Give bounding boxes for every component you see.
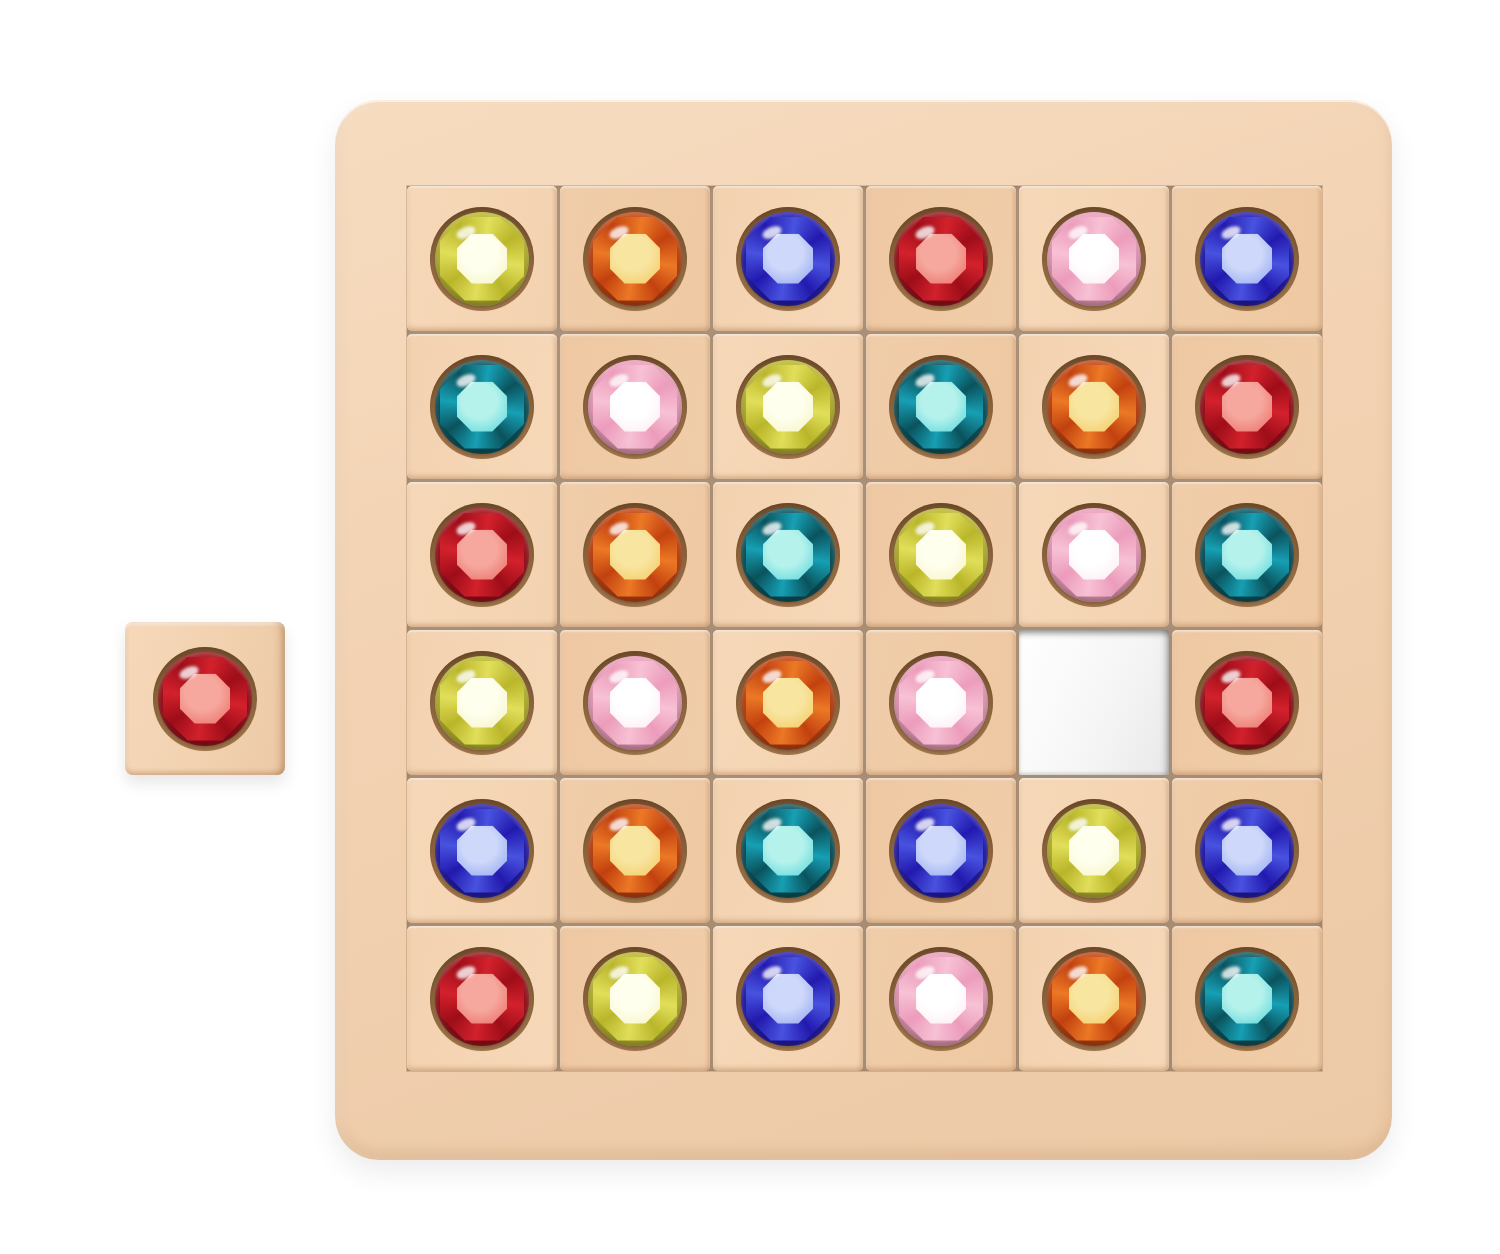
gem-teal [741,804,835,898]
gem-pink [588,656,682,750]
gem-blue [1200,212,1294,306]
gem-red [158,652,252,746]
block-r6c3-blue[interactable] [713,926,863,1071]
block-r5c5-yellow[interactable] [1019,778,1169,923]
gem-pink [1047,508,1141,602]
gem-red [894,212,988,306]
gem-blue [1200,804,1294,898]
gem-red [435,508,529,602]
gem-table-facet [1222,382,1272,432]
gem-red [435,952,529,1046]
gem-orange [1047,360,1141,454]
gem-table-facet [457,826,507,876]
gem-recess [1195,355,1299,459]
block-r6c6-teal[interactable] [1172,926,1322,1071]
gem-recess [430,355,534,459]
gem-table-facet [457,974,507,1024]
gem-table-facet [916,678,966,728]
block-r2c4-teal[interactable] [866,334,1016,479]
block-r5c6-blue[interactable] [1172,778,1322,923]
block-r4c3-orange[interactable] [713,630,863,775]
gem-recess [889,207,993,311]
gem-recess [736,799,840,903]
gem-table-facet [1222,678,1272,728]
gem-table-facet [180,674,230,724]
gem-table-facet [1069,826,1119,876]
gem-yellow [588,952,682,1046]
gem-recess [583,947,687,1051]
block-r3c3-teal[interactable] [713,482,863,627]
gem-recess [736,503,840,607]
block-r4c6-red[interactable] [1172,630,1322,775]
gem-teal [741,508,835,602]
gem-table-facet [1222,234,1272,284]
gem-recess [736,355,840,459]
gem-recess [1042,355,1146,459]
block-r1c2-orange[interactable] [560,186,710,331]
gem-table-facet [916,234,966,284]
gem-recess [430,799,534,903]
gem-table-facet [610,530,660,580]
gem-pink [588,360,682,454]
gem-table-facet [1222,974,1272,1024]
block-r5c1-blue[interactable] [407,778,557,923]
gem-recess [1042,799,1146,903]
gem-recess [430,207,534,311]
block-r6c5-orange[interactable] [1019,926,1169,1071]
gem-table-facet [610,826,660,876]
gem-recess [736,947,840,1051]
block-r3c4-yellow[interactable] [866,482,1016,627]
gem-recess [583,503,687,607]
gem-table-facet [457,678,507,728]
gem-yellow [435,656,529,750]
gem-recess [583,207,687,311]
gem-yellow [894,508,988,602]
gem-recess [1195,651,1299,755]
gem-teal [1200,952,1294,1046]
gem-pink [1047,212,1141,306]
photo-canvas [0,0,1500,1254]
block-r3c1-red[interactable] [407,482,557,627]
gem-table-facet [457,382,507,432]
empty-slot-r4c5 [1019,630,1169,775]
gem-table-facet [457,530,507,580]
gem-recess [889,355,993,459]
gem-recess [1195,947,1299,1051]
block-r3c6-teal[interactable] [1172,482,1322,627]
gem-pink [894,656,988,750]
block-r3c2-orange[interactable] [560,482,710,627]
gem-table-facet [1069,974,1119,1024]
gem-orange [588,508,682,602]
block-r6c1-red[interactable] [407,926,557,1071]
gem-teal [1200,508,1294,602]
gem-teal [894,360,988,454]
gem-table-facet [610,234,660,284]
gem-recess [583,651,687,755]
gem-recess [889,799,993,903]
block-r1c5-pink[interactable] [1019,186,1169,331]
gem-red [1200,656,1294,750]
block-r1c3-blue[interactable] [713,186,863,331]
loose-block[interactable] [125,622,285,775]
gem-table-facet [763,382,813,432]
gem-blue [894,804,988,898]
gem-table-facet [916,974,966,1024]
block-r4c4-pink[interactable] [866,630,1016,775]
gem-table-facet [763,974,813,1024]
gem-table-facet [610,382,660,432]
gem-table-facet [1069,530,1119,580]
gem-recess [889,947,993,1051]
gem-table-facet [763,234,813,284]
block-r1c4-red[interactable] [866,186,1016,331]
gem-table-facet [610,974,660,1024]
gem-table-facet [610,678,660,728]
gem-table-facet [916,382,966,432]
block-r2c2-pink[interactable] [560,334,710,479]
block-r2c6-red[interactable] [1172,334,1322,479]
block-r2c5-orange[interactable] [1019,334,1169,479]
block-r4c1-yellow[interactable] [407,630,557,775]
gem-recess [1042,503,1146,607]
gem-recess [583,799,687,903]
gem-yellow [435,212,529,306]
gem-table-facet [1222,530,1272,580]
block-r4c2-pink[interactable] [560,630,710,775]
gem-recess [1195,207,1299,311]
gem-recess [153,647,257,751]
gem-table-facet [763,678,813,728]
gem-orange [1047,952,1141,1046]
block-r5c4-blue[interactable] [866,778,1016,923]
block-r6c2-yellow[interactable] [560,926,710,1071]
gem-blue [435,804,529,898]
gem-teal [435,360,529,454]
gem-yellow [1047,804,1141,898]
gem-recess [889,651,993,755]
gem-recess [1042,207,1146,311]
gem-recess [583,355,687,459]
gem-yellow [741,360,835,454]
gem-orange [588,804,682,898]
gem-orange [588,212,682,306]
block-r5c3-teal[interactable] [713,778,863,923]
gem-red [1200,360,1294,454]
gem-recess [1042,947,1146,1051]
gem-table-facet [763,826,813,876]
block-r5c2-orange[interactable] [560,778,710,923]
gem-recess [736,207,840,311]
gem-table-facet [763,530,813,580]
gem-table-facet [1222,826,1272,876]
block-r1c1-yellow[interactable] [407,186,557,331]
puzzle-board [335,100,1392,1160]
gem-recess [430,503,534,607]
gem-table-facet [1069,382,1119,432]
gem-recess [430,651,534,755]
gem-recess [736,651,840,755]
gem-table-facet [916,530,966,580]
gem-blue [741,952,835,1046]
block-r6c4-pink[interactable] [866,926,1016,1071]
gem-recess [889,503,993,607]
gem-orange [741,656,835,750]
gem-recess [1195,799,1299,903]
gem-recess [430,947,534,1051]
block-r1c6-blue[interactable] [1172,186,1322,331]
gem-table-facet [916,826,966,876]
block-r2c1-teal[interactable] [407,334,557,479]
gem-pink [894,952,988,1046]
block-r3c5-pink[interactable] [1019,482,1169,627]
block-r2c3-yellow[interactable] [713,334,863,479]
gem-recess [1195,503,1299,607]
gem-table-facet [457,234,507,284]
gem-table-facet [1069,234,1119,284]
gem-blue [741,212,835,306]
board-tray [407,186,1322,1071]
